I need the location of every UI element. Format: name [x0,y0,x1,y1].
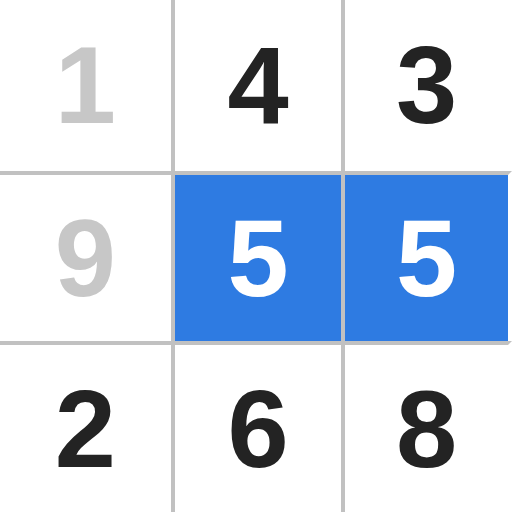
cell-digit: 3 [396,30,457,140]
cell-r2c2[interactable]: 5 [171,171,342,342]
cell-r3c2[interactable]: 6 [171,341,342,512]
cell-digit: 6 [227,374,288,484]
cell-digit: 5 [227,203,288,313]
cell-r1c2[interactable]: 4 [171,0,342,171]
cell-r2c1[interactable]: 9 [0,171,171,342]
cell-r1c3[interactable]: 3 [341,0,512,171]
cell-r2c3[interactable]: 5 [341,171,512,342]
cell-r3c3[interactable]: 8 [341,341,512,512]
cell-r1c1[interactable]: 1 [0,0,171,171]
cell-digit: 2 [55,374,116,484]
cell-r3c1[interactable]: 2 [0,341,171,512]
cell-digit: 9 [55,203,116,313]
cell-digit: 8 [396,374,457,484]
cell-digit: 5 [396,203,457,313]
sudoku-board: 1 4 3 9 5 5 2 6 8 [0,0,512,512]
cell-digit: 1 [55,30,116,140]
cell-digit: 4 [227,30,288,140]
